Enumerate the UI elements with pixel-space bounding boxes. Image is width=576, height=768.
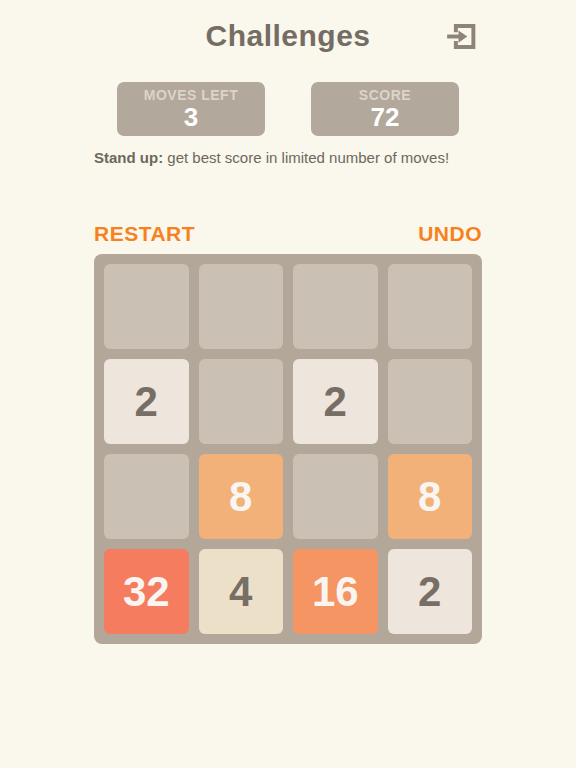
tile-r3c0: 32 bbox=[104, 549, 189, 634]
tile-r2c1: 8 bbox=[199, 454, 284, 539]
tile-r2c3: 8 bbox=[388, 454, 473, 539]
tile-r1c1 bbox=[199, 359, 284, 444]
game-board[interactable]: 2 2 8 8 32 4 16 2 bbox=[94, 254, 482, 644]
tile-r0c0 bbox=[104, 264, 189, 349]
tile-r3c2: 16 bbox=[293, 549, 378, 634]
restart-button[interactable]: RESTART bbox=[94, 222, 195, 246]
undo-button[interactable]: UNDO bbox=[418, 222, 482, 246]
tile-r1c0: 2 bbox=[104, 359, 189, 444]
score-badge: SCORE 72 bbox=[311, 82, 459, 136]
tile-r1c3 bbox=[388, 359, 473, 444]
page-title: Challenges bbox=[94, 18, 482, 54]
challenge-goal-text: get best score in limited number of move… bbox=[167, 149, 449, 166]
exit-button[interactable] bbox=[442, 20, 482, 56]
score-value: 72 bbox=[371, 103, 400, 131]
tile-r3c3: 2 bbox=[388, 549, 473, 634]
controls-row: RESTART UNDO bbox=[94, 222, 482, 246]
tile-r0c1 bbox=[199, 264, 284, 349]
header: Challenges bbox=[94, 18, 482, 56]
exit-arrow-icon bbox=[443, 19, 481, 57]
tile-r2c0 bbox=[104, 454, 189, 539]
moves-left-badge: MOVES LEFT 3 bbox=[117, 82, 265, 136]
tile-r2c2 bbox=[293, 454, 378, 539]
moves-left-value: 3 bbox=[184, 103, 198, 131]
main-content: Challenges MOVES LEFT 3 SCORE 72 Stand u… bbox=[94, 0, 482, 644]
tile-r3c1: 4 bbox=[199, 549, 284, 634]
tile-r1c2: 2 bbox=[293, 359, 378, 444]
stats-row: MOVES LEFT 3 SCORE 72 bbox=[94, 82, 482, 136]
challenge-name: Stand up: bbox=[94, 149, 163, 166]
score-label: SCORE bbox=[359, 87, 411, 103]
moves-left-label: MOVES LEFT bbox=[144, 87, 238, 103]
tile-r0c2 bbox=[293, 264, 378, 349]
tile-r0c3 bbox=[388, 264, 473, 349]
challenge-description: Stand up: get best score in limited numb… bbox=[94, 149, 482, 166]
